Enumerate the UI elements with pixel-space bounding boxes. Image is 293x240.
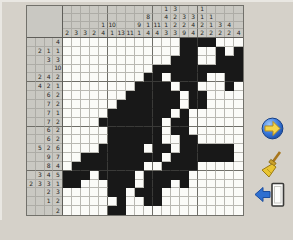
grid-cell[interactable] xyxy=(216,47,225,56)
grid-cell[interactable] xyxy=(126,56,135,65)
grid-cell[interactable] xyxy=(81,91,90,100)
grid-cell[interactable] xyxy=(189,171,198,180)
grid-cell[interactable] xyxy=(72,127,81,136)
grid-cell[interactable] xyxy=(81,82,90,91)
grid-cell[interactable] xyxy=(234,118,243,127)
grid-cell[interactable] xyxy=(135,109,144,118)
grid-cell[interactable] xyxy=(135,135,144,144)
grid-cell[interactable] xyxy=(81,100,90,109)
grid-cell[interactable] xyxy=(234,47,243,56)
grid-cell[interactable] xyxy=(72,180,81,189)
grid-cell[interactable] xyxy=(189,73,198,82)
grid-cell[interactable] xyxy=(90,56,99,65)
grid-cell[interactable] xyxy=(90,91,99,100)
grid-cell[interactable] xyxy=(63,47,72,56)
grid-cell[interactable] xyxy=(234,91,243,100)
grid-cell[interactable] xyxy=(225,73,234,82)
grid-cell[interactable] xyxy=(162,47,171,56)
grid-cell[interactable] xyxy=(126,91,135,100)
grid-cell[interactable] xyxy=(90,100,99,109)
grid-cell[interactable] xyxy=(126,153,135,162)
grid-cell[interactable] xyxy=(225,153,234,162)
grid-cell[interactable] xyxy=(180,171,189,180)
grid-cell[interactable] xyxy=(63,100,72,109)
grid-cell[interactable] xyxy=(126,100,135,109)
grid-cell[interactable] xyxy=(135,197,144,206)
grid-cell[interactable] xyxy=(90,153,99,162)
grid-cell[interactable] xyxy=(63,197,72,206)
grid-cell[interactable] xyxy=(90,188,99,197)
grid-cell[interactable] xyxy=(144,127,153,136)
grid-cell[interactable] xyxy=(171,109,180,118)
grid-cell[interactable] xyxy=(198,135,207,144)
grid-cell[interactable] xyxy=(126,180,135,189)
grid-cell[interactable] xyxy=(108,144,117,153)
grid-cell[interactable] xyxy=(63,56,72,65)
grid-cell[interactable] xyxy=(180,153,189,162)
grid-cell[interactable] xyxy=(144,171,153,180)
grid-cell[interactable] xyxy=(117,171,126,180)
grid-cell[interactable] xyxy=(198,127,207,136)
grid-cell[interactable] xyxy=(216,65,225,74)
grid-cell[interactable] xyxy=(171,65,180,74)
grid-cell[interactable] xyxy=(144,135,153,144)
grid-cell[interactable] xyxy=(81,144,90,153)
grid-cell[interactable] xyxy=(144,47,153,56)
grid-cell[interactable] xyxy=(153,144,162,153)
grid-cell[interactable] xyxy=(171,171,180,180)
grid-cell[interactable] xyxy=(63,65,72,74)
grid-cell[interactable] xyxy=(180,100,189,109)
grid-cell[interactable] xyxy=(189,206,198,215)
grid-cell[interactable] xyxy=(189,197,198,206)
grid-cell[interactable] xyxy=(216,162,225,171)
grid-cell[interactable] xyxy=(108,127,117,136)
grid-cell[interactable] xyxy=(144,100,153,109)
grid-cell[interactable] xyxy=(207,65,216,74)
grid-cell[interactable] xyxy=(144,91,153,100)
grid-cell[interactable] xyxy=(153,206,162,215)
grid-cell[interactable] xyxy=(117,188,126,197)
grid-cell[interactable] xyxy=(207,153,216,162)
grid-cell[interactable] xyxy=(153,127,162,136)
grid-cell[interactable] xyxy=(198,56,207,65)
grid-cell[interactable] xyxy=(216,171,225,180)
grid-cell[interactable] xyxy=(171,188,180,197)
grid-cell[interactable] xyxy=(108,171,117,180)
grid-cell[interactable] xyxy=(153,56,162,65)
grid-cell[interactable] xyxy=(99,171,108,180)
grid-cell[interactable] xyxy=(108,65,117,74)
grid-cell[interactable] xyxy=(117,118,126,127)
grid-cell[interactable] xyxy=(189,65,198,74)
grid-cell[interactable] xyxy=(216,118,225,127)
grid-cell[interactable] xyxy=(225,162,234,171)
grid-cell[interactable] xyxy=(162,82,171,91)
grid-cell[interactable] xyxy=(108,56,117,65)
grid-cell[interactable] xyxy=(162,91,171,100)
grid-cell[interactable] xyxy=(126,65,135,74)
grid-cell[interactable] xyxy=(153,38,162,47)
grid-cell[interactable] xyxy=(207,162,216,171)
grid-cell[interactable] xyxy=(162,162,171,171)
grid-cell[interactable] xyxy=(135,188,144,197)
grid-cell[interactable] xyxy=(171,135,180,144)
grid-cell[interactable] xyxy=(135,100,144,109)
grid-cell[interactable] xyxy=(63,118,72,127)
grid-cell[interactable] xyxy=(189,91,198,100)
grid-cell[interactable] xyxy=(171,153,180,162)
grid-cell[interactable] xyxy=(81,47,90,56)
grid-cell[interactable] xyxy=(171,206,180,215)
grid-cell[interactable] xyxy=(225,100,234,109)
grid-cell[interactable] xyxy=(225,188,234,197)
grid-cell[interactable] xyxy=(72,153,81,162)
grid-cell[interactable] xyxy=(153,135,162,144)
grid-cell[interactable] xyxy=(189,135,198,144)
grid-cell[interactable] xyxy=(63,188,72,197)
grid-cell[interactable] xyxy=(144,82,153,91)
grid-cell[interactable] xyxy=(99,82,108,91)
grid-cell[interactable] xyxy=(135,162,144,171)
grid-cell[interactable] xyxy=(171,180,180,189)
grid-cell[interactable] xyxy=(198,91,207,100)
grid-cell[interactable] xyxy=(108,153,117,162)
grid-cell[interactable] xyxy=(207,91,216,100)
grid-cell[interactable] xyxy=(126,135,135,144)
grid-cell[interactable] xyxy=(180,180,189,189)
grid-cell[interactable] xyxy=(108,188,117,197)
grid-cell[interactable] xyxy=(162,100,171,109)
grid-cell[interactable] xyxy=(99,65,108,74)
grid-cell[interactable] xyxy=(216,91,225,100)
grid-cell[interactable] xyxy=(144,109,153,118)
grid-cell[interactable] xyxy=(207,135,216,144)
grid-cell[interactable] xyxy=(234,144,243,153)
grid-cell[interactable] xyxy=(216,135,225,144)
grid-cell[interactable] xyxy=(171,56,180,65)
grid-cell[interactable] xyxy=(234,65,243,74)
grid-cell[interactable] xyxy=(144,162,153,171)
grid-cell[interactable] xyxy=(225,65,234,74)
grid-cell[interactable] xyxy=(81,153,90,162)
grid-cell[interactable] xyxy=(153,197,162,206)
grid-cell[interactable] xyxy=(63,91,72,100)
grid-cell[interactable] xyxy=(180,56,189,65)
grid-cell[interactable] xyxy=(216,109,225,118)
grid-cell[interactable] xyxy=(99,162,108,171)
grid-cell[interactable] xyxy=(162,153,171,162)
grid-cell[interactable] xyxy=(99,38,108,47)
grid-cell[interactable] xyxy=(189,188,198,197)
grid-cell[interactable] xyxy=(153,153,162,162)
grid-cell[interactable] xyxy=(234,56,243,65)
grid-cell[interactable] xyxy=(189,127,198,136)
grid-cell[interactable] xyxy=(234,206,243,215)
grid-cell[interactable] xyxy=(63,38,72,47)
grid-cell[interactable] xyxy=(180,188,189,197)
grid-cell[interactable] xyxy=(81,127,90,136)
grid-cell[interactable] xyxy=(162,206,171,215)
grid-cell[interactable] xyxy=(225,38,234,47)
grid-cell[interactable] xyxy=(207,56,216,65)
grid-cell[interactable] xyxy=(90,38,99,47)
grid-cell[interactable] xyxy=(72,188,81,197)
grid-cell[interactable] xyxy=(126,73,135,82)
grid-cell[interactable] xyxy=(81,73,90,82)
grid-cell[interactable] xyxy=(162,188,171,197)
grid-cell[interactable] xyxy=(216,73,225,82)
grid-cell[interactable] xyxy=(90,197,99,206)
grid-cell[interactable] xyxy=(216,38,225,47)
grid-cell[interactable] xyxy=(81,197,90,206)
grid-cell[interactable] xyxy=(126,206,135,215)
grid-cell[interactable] xyxy=(90,73,99,82)
grid-cell[interactable] xyxy=(108,47,117,56)
grid-cell[interactable] xyxy=(153,188,162,197)
grid-cell[interactable] xyxy=(180,144,189,153)
grid-cell[interactable] xyxy=(99,206,108,215)
grid-cell[interactable] xyxy=(117,82,126,91)
grid-cell[interactable] xyxy=(90,171,99,180)
grid-cell[interactable] xyxy=(135,144,144,153)
grid-cell[interactable] xyxy=(144,56,153,65)
grid-cell[interactable] xyxy=(216,206,225,215)
grid-cell[interactable] xyxy=(144,188,153,197)
grid-cell[interactable] xyxy=(99,180,108,189)
grid-cell[interactable] xyxy=(189,82,198,91)
grid-cell[interactable] xyxy=(90,109,99,118)
grid-cell[interactable] xyxy=(126,82,135,91)
grid-cell[interactable] xyxy=(81,109,90,118)
grid-cell[interactable] xyxy=(171,91,180,100)
grid-cell[interactable] xyxy=(198,82,207,91)
grid-cell[interactable] xyxy=(108,206,117,215)
grid-cell[interactable] xyxy=(99,153,108,162)
grid-cell[interactable] xyxy=(135,153,144,162)
grid-cell[interactable] xyxy=(180,109,189,118)
grid-cell[interactable] xyxy=(135,118,144,127)
grid-cell[interactable] xyxy=(99,47,108,56)
grid-cell[interactable] xyxy=(117,144,126,153)
grid-cell[interactable] xyxy=(90,118,99,127)
grid-cell[interactable] xyxy=(108,135,117,144)
next-arrow-icon[interactable] xyxy=(261,117,284,140)
grid-cell[interactable] xyxy=(108,197,117,206)
grid-cell[interactable] xyxy=(225,180,234,189)
grid-cell[interactable] xyxy=(216,180,225,189)
grid-cell[interactable] xyxy=(72,56,81,65)
grid-cell[interactable] xyxy=(81,162,90,171)
broom-icon[interactable] xyxy=(259,150,285,178)
grid-cell[interactable] xyxy=(99,197,108,206)
grid-cell[interactable] xyxy=(198,197,207,206)
grid-cell[interactable] xyxy=(63,73,72,82)
grid-cell[interactable] xyxy=(180,47,189,56)
grid-cell[interactable] xyxy=(180,73,189,82)
grid-cell[interactable] xyxy=(234,188,243,197)
grid-cell[interactable] xyxy=(90,206,99,215)
grid-cell[interactable] xyxy=(135,206,144,215)
grid-cell[interactable] xyxy=(189,180,198,189)
grid-cell[interactable] xyxy=(198,188,207,197)
grid-cell[interactable] xyxy=(216,197,225,206)
grid-cell[interactable] xyxy=(162,197,171,206)
grid-cell[interactable] xyxy=(225,91,234,100)
grid-cell[interactable] xyxy=(225,206,234,215)
grid-cell[interactable] xyxy=(162,65,171,74)
grid-cell[interactable] xyxy=(81,135,90,144)
grid-cell[interactable] xyxy=(117,100,126,109)
grid-cell[interactable] xyxy=(153,171,162,180)
grid-cell[interactable] xyxy=(180,38,189,47)
grid-cell[interactable] xyxy=(117,91,126,100)
grid-cell[interactable] xyxy=(126,188,135,197)
grid-cell[interactable] xyxy=(171,118,180,127)
grid-cell[interactable] xyxy=(144,153,153,162)
grid-cell[interactable] xyxy=(72,171,81,180)
grid-cell[interactable] xyxy=(135,65,144,74)
grid-cell[interactable] xyxy=(207,47,216,56)
grid-cell[interactable] xyxy=(171,47,180,56)
exit-door-icon[interactable] xyxy=(254,182,286,208)
grid-cell[interactable] xyxy=(189,100,198,109)
grid-cell[interactable] xyxy=(162,135,171,144)
grid-cell[interactable] xyxy=(234,82,243,91)
grid-cell[interactable] xyxy=(225,171,234,180)
grid-cell[interactable] xyxy=(72,73,81,82)
grid-cell[interactable] xyxy=(198,171,207,180)
grid-cell[interactable] xyxy=(216,100,225,109)
grid-cell[interactable] xyxy=(126,47,135,56)
grid-cell[interactable] xyxy=(63,144,72,153)
grid-cell[interactable] xyxy=(90,135,99,144)
grid-cell[interactable] xyxy=(117,153,126,162)
grid-cell[interactable] xyxy=(72,65,81,74)
grid-cell[interactable] xyxy=(126,162,135,171)
grid-cell[interactable] xyxy=(135,180,144,189)
grid-cell[interactable] xyxy=(72,197,81,206)
grid-cell[interactable] xyxy=(63,206,72,215)
grid-cell[interactable] xyxy=(126,144,135,153)
grid-cell[interactable] xyxy=(198,153,207,162)
grid-cell[interactable] xyxy=(216,144,225,153)
grid-cell[interactable] xyxy=(162,144,171,153)
grid-cell[interactable] xyxy=(117,73,126,82)
grid-cell[interactable] xyxy=(225,47,234,56)
grid-cell[interactable] xyxy=(72,109,81,118)
grid-cell[interactable] xyxy=(234,38,243,47)
grid-cell[interactable] xyxy=(153,65,162,74)
grid-cell[interactable] xyxy=(108,73,117,82)
grid-cell[interactable] xyxy=(63,180,72,189)
grid-cell[interactable] xyxy=(225,109,234,118)
grid-cell[interactable] xyxy=(198,109,207,118)
grid-cell[interactable] xyxy=(90,82,99,91)
grid-cell[interactable] xyxy=(153,100,162,109)
grid-cell[interactable] xyxy=(144,206,153,215)
grid-cell[interactable] xyxy=(72,100,81,109)
grid-cell[interactable] xyxy=(144,197,153,206)
grid-cell[interactable] xyxy=(198,144,207,153)
grid-cell[interactable] xyxy=(81,206,90,215)
grid-cell[interactable] xyxy=(144,38,153,47)
grid-cell[interactable] xyxy=(117,47,126,56)
grid-cell[interactable] xyxy=(126,38,135,47)
grid-cell[interactable] xyxy=(198,118,207,127)
grid-cell[interactable] xyxy=(189,162,198,171)
grid-cell[interactable] xyxy=(135,171,144,180)
grid-cell[interactable] xyxy=(234,127,243,136)
grid-cell[interactable] xyxy=(180,127,189,136)
grid-cell[interactable] xyxy=(189,47,198,56)
grid-cell[interactable] xyxy=(234,73,243,82)
grid-cell[interactable] xyxy=(171,82,180,91)
grid-cell[interactable] xyxy=(108,118,117,127)
grid-cell[interactable] xyxy=(171,73,180,82)
grid-cell[interactable] xyxy=(72,91,81,100)
grid-cell[interactable] xyxy=(90,47,99,56)
grid-cell[interactable] xyxy=(207,188,216,197)
grid-cell[interactable] xyxy=(171,144,180,153)
grid-cell[interactable] xyxy=(117,135,126,144)
grid-cell[interactable] xyxy=(180,197,189,206)
grid-cell[interactable] xyxy=(216,188,225,197)
grid-cell[interactable] xyxy=(171,162,180,171)
grid-cell[interactable] xyxy=(189,153,198,162)
grid-cell[interactable] xyxy=(189,144,198,153)
grid-cell[interactable] xyxy=(99,73,108,82)
grid-cell[interactable] xyxy=(207,127,216,136)
grid-cell[interactable] xyxy=(216,127,225,136)
grid-cell[interactable] xyxy=(225,127,234,136)
grid-cell[interactable] xyxy=(99,127,108,136)
grid-cell[interactable] xyxy=(180,82,189,91)
grid-cell[interactable] xyxy=(72,162,81,171)
grid-cell[interactable] xyxy=(81,188,90,197)
grid-cell[interactable] xyxy=(72,206,81,215)
grid-cell[interactable] xyxy=(225,82,234,91)
grid-cell[interactable] xyxy=(153,91,162,100)
grid-cell[interactable] xyxy=(225,144,234,153)
grid-cell[interactable] xyxy=(207,180,216,189)
grid-cell[interactable] xyxy=(108,180,117,189)
grid-cell[interactable] xyxy=(162,38,171,47)
grid-cell[interactable] xyxy=(234,197,243,206)
grid-cell[interactable] xyxy=(108,91,117,100)
grid-cell[interactable] xyxy=(198,47,207,56)
grid-cell[interactable] xyxy=(198,162,207,171)
grid-cell[interactable] xyxy=(207,38,216,47)
grid-cell[interactable] xyxy=(99,118,108,127)
grid-cell[interactable] xyxy=(72,47,81,56)
grid-cell[interactable] xyxy=(162,73,171,82)
grid-cell[interactable] xyxy=(144,73,153,82)
grid-cell[interactable] xyxy=(90,127,99,136)
grid-cell[interactable] xyxy=(180,91,189,100)
grid-cell[interactable] xyxy=(162,180,171,189)
grid-cell[interactable] xyxy=(225,197,234,206)
grid-cell[interactable] xyxy=(72,118,81,127)
grid-cell[interactable] xyxy=(90,65,99,74)
grid-cell[interactable] xyxy=(117,127,126,136)
grid-cell[interactable] xyxy=(207,109,216,118)
grid-cell[interactable] xyxy=(135,91,144,100)
grid-cell[interactable] xyxy=(234,100,243,109)
grid-cell[interactable] xyxy=(234,171,243,180)
grid-cell[interactable] xyxy=(72,144,81,153)
grid-cell[interactable] xyxy=(108,162,117,171)
